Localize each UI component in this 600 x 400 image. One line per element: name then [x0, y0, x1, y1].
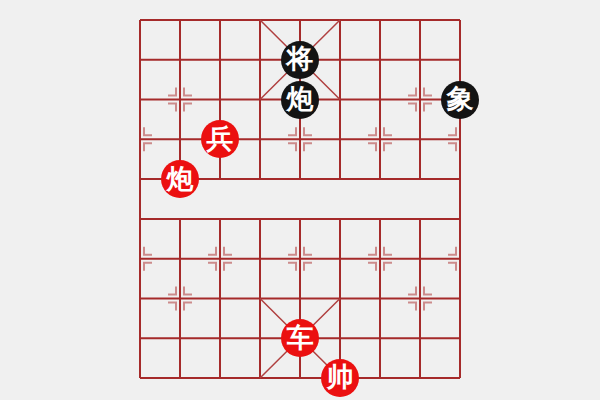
pieces-layer: 将炮象兵炮车帅 [120, 0, 480, 398]
piece-red-cannon[interactable]: 炮 [161, 160, 199, 198]
piece-red-soldier[interactable]: 兵 [201, 120, 239, 158]
piece-glyph: 帅 [327, 364, 354, 391]
piece-glyph: 炮 [287, 86, 314, 113]
piece-black-cannon[interactable]: 炮 [281, 81, 319, 119]
piece-glyph: 将 [287, 46, 314, 73]
piece-black-general[interactable]: 将 [281, 41, 319, 79]
piece-glyph: 象 [447, 86, 474, 113]
xiangqi-board: 将炮象兵炮车帅 [0, 0, 600, 400]
piece-red-chariot[interactable]: 车 [281, 319, 319, 357]
piece-glyph: 兵 [207, 126, 234, 153]
piece-glyph: 车 [287, 325, 314, 352]
piece-glyph: 炮 [167, 166, 194, 193]
piece-black-elephant[interactable]: 象 [441, 81, 479, 119]
piece-red-general[interactable]: 帅 [321, 359, 359, 397]
